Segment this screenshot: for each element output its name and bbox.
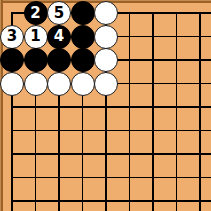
go-board: 25314 [0,0,211,211]
white-stone [94,72,118,96]
move-number: 5 [54,5,64,20]
white-stone [47,72,71,96]
black-stone [71,25,95,49]
white-stone [71,72,95,96]
grid-line-horizontal [11,106,211,108]
black-stone [47,48,71,72]
grid-line-horizontal [11,200,211,202]
black-stone [24,48,48,72]
black-stone: 4 [47,25,71,49]
black-stone: 2 [24,1,48,25]
black-stone [71,1,95,25]
move-number: 2 [30,5,40,20]
black-stone [0,48,24,72]
white-stone: 1 [24,25,48,49]
move-number: 1 [30,29,40,44]
move-number: 3 [7,29,17,44]
white-stone [94,25,118,49]
grid-line-horizontal [11,130,211,132]
black-stone [71,48,95,72]
grid-line-vertical [129,12,131,211]
grid-line-horizontal [11,153,211,155]
grid-line-horizontal [11,177,211,179]
grid-line-vertical [199,12,201,211]
move-number: 4 [54,29,64,44]
white-stone [94,1,118,25]
white-stone [0,72,24,96]
white-stone: 3 [0,25,24,49]
white-stone [24,72,48,96]
white-stone [94,48,118,72]
grid-line-vertical [176,12,178,211]
white-stone: 5 [47,1,71,25]
grid-line-vertical [152,12,154,211]
